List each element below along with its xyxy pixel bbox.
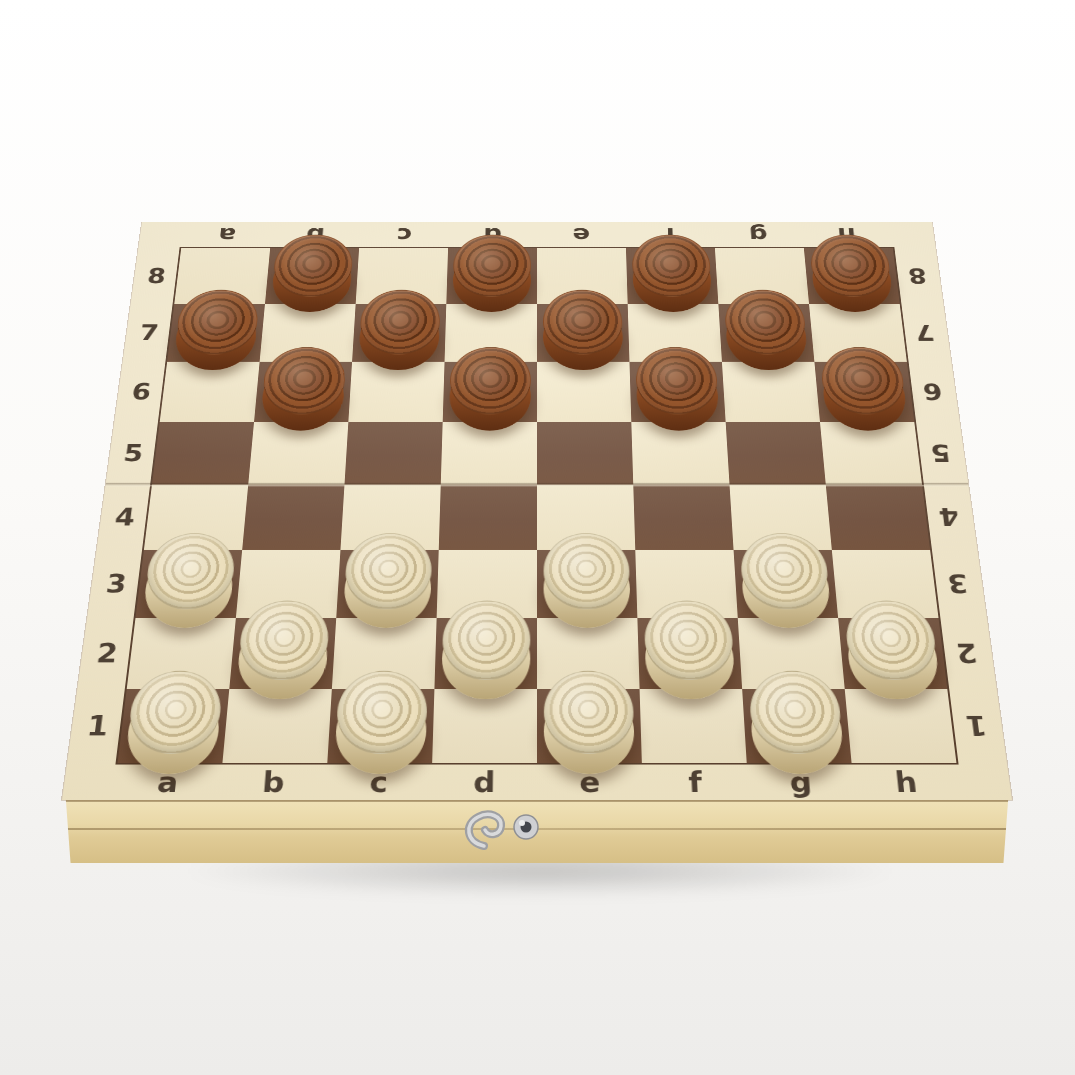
piece-dark-d6[interactable] bbox=[449, 364, 531, 416]
piece-dark-b6[interactable] bbox=[261, 364, 346, 416]
piece-light-e3[interactable] bbox=[543, 552, 630, 611]
piece-light-c1[interactable] bbox=[335, 691, 428, 755]
piece-light-b2[interactable] bbox=[237, 620, 330, 682]
piece-light-e1[interactable] bbox=[544, 691, 635, 755]
piece-top bbox=[449, 347, 531, 414]
piece-light-h2[interactable] bbox=[845, 620, 940, 682]
pieces-layer bbox=[62, 222, 1012, 800]
checkers-board: aabbccddeeffgghh1122334455667788 bbox=[62, 222, 1012, 800]
piece-light-g3[interactable] bbox=[740, 552, 831, 611]
piece-dark-g7[interactable] bbox=[724, 306, 807, 356]
piece-dark-h8[interactable] bbox=[810, 250, 893, 298]
piece-light-g1[interactable] bbox=[749, 691, 844, 755]
board-front-edge bbox=[62, 799, 1012, 863]
photo-scene: aabbccddeeffgghh1122334455667788 bbox=[0, 0, 1075, 1075]
piece-dark-f8[interactable] bbox=[632, 250, 712, 298]
piece-top bbox=[453, 235, 532, 297]
clasp-hook-icon bbox=[456, 806, 566, 852]
piece-dark-d8[interactable] bbox=[452, 250, 531, 298]
piece-top bbox=[544, 671, 635, 754]
piece-dark-a7[interactable] bbox=[174, 306, 259, 356]
piece-dark-c7[interactable] bbox=[359, 306, 441, 356]
piece-top bbox=[543, 533, 630, 609]
piece-top bbox=[441, 601, 530, 681]
piece-dark-b8[interactable] bbox=[271, 250, 353, 298]
piece-top bbox=[543, 290, 623, 355]
piece-light-f2[interactable] bbox=[644, 620, 735, 682]
piece-light-d2[interactable] bbox=[441, 620, 530, 682]
piece-dark-e7[interactable] bbox=[543, 306, 623, 356]
piece-light-c3[interactable] bbox=[343, 552, 432, 611]
piece-dark-h6[interactable] bbox=[821, 364, 908, 416]
piece-light-a1[interactable] bbox=[125, 691, 222, 755]
piece-light-a3[interactable] bbox=[143, 552, 236, 611]
board-3d-wrap: aabbccddeeffgghh1122334455667788 bbox=[62, 222, 1012, 800]
piece-dark-f6[interactable] bbox=[636, 364, 719, 416]
